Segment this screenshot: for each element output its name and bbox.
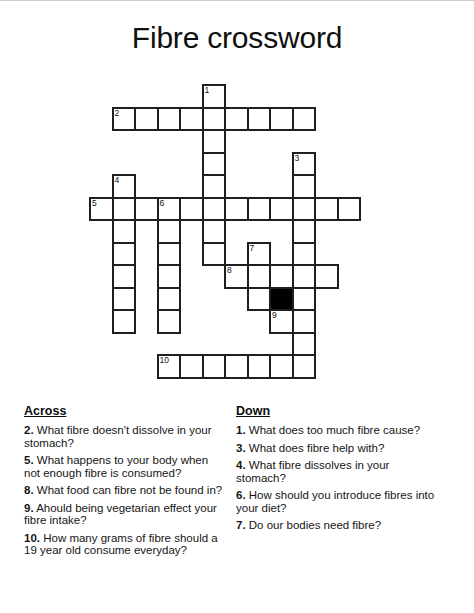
grid-cell — [112, 242, 137, 267]
grid-cell — [202, 219, 227, 244]
cell-number-label: 4 — [115, 176, 120, 185]
grid-cell — [224, 354, 249, 379]
page-title: Fibre crossword — [0, 21, 474, 55]
grid-cell: 2 — [112, 107, 137, 132]
clue-number: 5. — [24, 454, 34, 466]
clue-item: 10. How many grams of fibre should a 19 … — [24, 532, 223, 557]
grid-cell — [224, 107, 249, 132]
grid-cell — [202, 242, 227, 267]
grid-cell — [157, 264, 182, 289]
clue-item: 6. How should you introduce fibres into … — [236, 489, 435, 514]
clue-number: 9. — [24, 502, 34, 514]
grid-cell — [292, 332, 317, 357]
grid-cell — [112, 287, 137, 312]
clue-number: 8. — [24, 484, 34, 496]
grid-cell — [112, 264, 137, 289]
grid-cell — [247, 107, 272, 132]
grid-cell — [269, 264, 294, 289]
down-clue-list: 1. What does too much fibre cause?3. Wha… — [236, 424, 435, 532]
grid-cell — [179, 107, 204, 132]
clue-number: 3. — [236, 442, 246, 454]
grid-cell — [202, 354, 227, 379]
grid-cell — [292, 309, 317, 334]
clue-number: 7. — [236, 519, 246, 531]
clue-number: 2. — [24, 424, 34, 436]
grid-cell — [112, 219, 137, 244]
grid-cell — [269, 107, 294, 132]
grid-cell — [314, 264, 339, 289]
grid-cell — [247, 354, 272, 379]
grid-cell: 7 — [247, 242, 272, 267]
grid-cell — [157, 287, 182, 312]
clue-number: 6. — [236, 489, 246, 501]
grid-cell — [202, 197, 227, 222]
cell-number-label: 2 — [115, 109, 120, 118]
grid-cell — [112, 309, 137, 334]
clue-item: 1. What does too much fibre cause? — [236, 424, 435, 437]
grid-cell — [179, 354, 204, 379]
clue-item: 3. What does fibre help with? — [236, 442, 435, 455]
cell-number-label: 5 — [92, 199, 97, 208]
grid-cell — [224, 197, 249, 222]
clue-number: 4. — [236, 459, 246, 471]
grid-cell — [292, 287, 317, 312]
clue-item: 5. What happens to your body when not en… — [24, 454, 223, 479]
grid-cell — [314, 197, 339, 222]
grid-cell — [292, 174, 317, 199]
grid-cell: 8 — [224, 264, 249, 289]
grid-cell — [247, 287, 272, 312]
grid-cell — [157, 107, 182, 132]
across-clues-section: Across 2. What fibre doesn't dissolve in… — [24, 404, 223, 562]
crossword-worksheet: Fibre crossword 12345678910 Across 2. Wh… — [0, 0, 474, 613]
grid-cell: 5 — [89, 197, 114, 222]
grid-cell — [157, 309, 182, 334]
clue-item: 4. What fibre dissolves in your stomach? — [236, 459, 435, 484]
across-heading: Across — [24, 404, 223, 418]
clue-number: 1. — [236, 424, 246, 436]
cell-number-label: 10 — [160, 356, 169, 365]
grid-cell — [292, 242, 317, 267]
grid-cell — [337, 197, 362, 222]
grid-cell: 4 — [112, 174, 137, 199]
grid-cell: 6 — [157, 197, 182, 222]
clue-item: 2. What fibre doesn't dissolve in your s… — [24, 424, 223, 449]
grid-cell — [269, 354, 294, 379]
cell-number-label: 3 — [295, 154, 300, 163]
grid-cell: 9 — [269, 309, 294, 334]
grid-cell — [157, 219, 182, 244]
grid-cell — [202, 107, 227, 132]
cell-number-label: 6 — [160, 199, 165, 208]
crossword-grid: 12345678910 — [90, 85, 361, 378]
grid-cell — [292, 264, 317, 289]
grid-cell — [292, 354, 317, 379]
grid-cell — [179, 197, 204, 222]
grid-cell — [202, 174, 227, 199]
grid-cell — [269, 197, 294, 222]
blocked-cell — [269, 287, 294, 312]
grid-cell — [247, 264, 272, 289]
grid-cell — [157, 242, 182, 267]
down-clues-section: Down 1. What does too much fibre cause?3… — [236, 404, 435, 537]
top-border-line — [0, 0, 474, 1]
clue-item: 7. Do our bodies need fibre? — [236, 519, 435, 532]
grid-cell — [134, 107, 159, 132]
grid-cell: 10 — [157, 354, 182, 379]
grid-cell: 1 — [202, 84, 227, 109]
cell-number-label: 8 — [227, 266, 232, 275]
grid-cell — [292, 197, 317, 222]
cell-number-label: 1 — [205, 86, 210, 95]
clue-item: 8. What food can fibre not be found in? — [24, 484, 223, 497]
clue-number: 10. — [24, 532, 40, 544]
grid-cell — [134, 197, 159, 222]
clue-item: 9. Ahould being vegetarian effect your f… — [24, 502, 223, 527]
grid-cell — [292, 219, 317, 244]
down-heading: Down — [236, 404, 435, 418]
grid-cell — [202, 152, 227, 177]
across-clue-list: 2. What fibre doesn't dissolve in your s… — [24, 424, 223, 557]
grid-cell — [112, 197, 137, 222]
grid-cell — [247, 197, 272, 222]
cell-number-label: 7 — [250, 244, 255, 253]
grid-cell — [202, 129, 227, 154]
cell-number-label: 9 — [272, 311, 277, 320]
grid-cell — [292, 107, 317, 132]
grid-cell: 3 — [292, 152, 317, 177]
